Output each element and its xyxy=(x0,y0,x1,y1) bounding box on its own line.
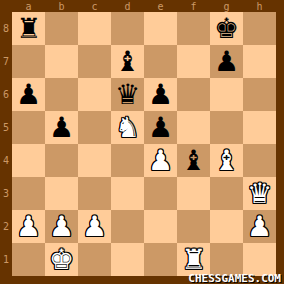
square-e5[interactable]: ♟ xyxy=(144,111,177,144)
square-e4[interactable]: ♟ xyxy=(144,144,177,177)
black-rook-piece: ♜ xyxy=(16,12,41,45)
site-logo: CHESSGAMES.COM xyxy=(188,273,281,284)
rank-label-4: 4 xyxy=(0,144,12,177)
white-queen-piece: ♛ xyxy=(247,177,272,210)
square-d4[interactable] xyxy=(111,144,144,177)
square-c5[interactable] xyxy=(78,111,111,144)
square-b3[interactable] xyxy=(45,177,78,210)
white-pawn-piece: ♟ xyxy=(82,210,107,243)
square-f7[interactable] xyxy=(177,45,210,78)
square-g8[interactable]: ♚ xyxy=(210,12,243,45)
square-c8[interactable] xyxy=(78,12,111,45)
white-pawn-piece: ♟ xyxy=(148,144,173,177)
black-pawn-piece: ♟ xyxy=(16,78,41,111)
square-f2[interactable] xyxy=(177,210,210,243)
square-h7[interactable] xyxy=(243,45,276,78)
square-d7[interactable]: ♝ xyxy=(111,45,144,78)
black-pawn-piece: ♟ xyxy=(148,78,173,111)
white-knight-piece: ♞ xyxy=(115,111,140,144)
square-h2[interactable]: ♟ xyxy=(243,210,276,243)
square-g5[interactable] xyxy=(210,111,243,144)
square-a2[interactable]: ♟ xyxy=(12,210,45,243)
square-c1[interactable] xyxy=(78,243,111,276)
square-d6[interactable]: ♛ xyxy=(111,78,144,111)
square-f5[interactable] xyxy=(177,111,210,144)
square-f3[interactable] xyxy=(177,177,210,210)
square-b7[interactable] xyxy=(45,45,78,78)
square-g6[interactable] xyxy=(210,78,243,111)
square-a1[interactable] xyxy=(12,243,45,276)
black-bishop-piece: ♝ xyxy=(181,144,206,177)
square-b2[interactable]: ♟ xyxy=(45,210,78,243)
square-g3[interactable] xyxy=(210,177,243,210)
square-a3[interactable] xyxy=(12,177,45,210)
white-bishop-piece: ♝ xyxy=(214,144,239,177)
black-pawn-piece: ♟ xyxy=(49,111,74,144)
rank-labels: 87654321 xyxy=(0,12,12,276)
rank-label-6: 6 xyxy=(0,78,12,111)
black-pawn-piece: ♟ xyxy=(148,111,173,144)
square-e3[interactable] xyxy=(144,177,177,210)
square-b4[interactable] xyxy=(45,144,78,177)
square-h6[interactable] xyxy=(243,78,276,111)
square-g7[interactable]: ♟ xyxy=(210,45,243,78)
rank-label-7: 7 xyxy=(0,45,12,78)
square-a6[interactable]: ♟ xyxy=(12,78,45,111)
square-e7[interactable] xyxy=(144,45,177,78)
file-labels: abcdefgh xyxy=(12,0,276,12)
rank-label-5: 5 xyxy=(0,111,12,144)
square-g2[interactable] xyxy=(210,210,243,243)
square-a7[interactable] xyxy=(12,45,45,78)
white-pawn-piece: ♟ xyxy=(16,210,41,243)
square-g4[interactable]: ♝ xyxy=(210,144,243,177)
rank-label-1: 1 xyxy=(0,243,12,276)
square-d2[interactable] xyxy=(111,210,144,243)
square-h8[interactable] xyxy=(243,12,276,45)
square-h5[interactable] xyxy=(243,111,276,144)
square-b5[interactable]: ♟ xyxy=(45,111,78,144)
square-a5[interactable] xyxy=(12,111,45,144)
white-pawn-piece: ♟ xyxy=(247,210,272,243)
square-c6[interactable] xyxy=(78,78,111,111)
square-d1[interactable] xyxy=(111,243,144,276)
square-c3[interactable] xyxy=(78,177,111,210)
black-bishop-piece: ♝ xyxy=(115,45,140,78)
square-f8[interactable] xyxy=(177,12,210,45)
chess-board: ♜♚♝♟♟♛♟♟♞♟♟♝♝♛♟♟♟♟♚♜ xyxy=(12,12,276,276)
square-e2[interactable] xyxy=(144,210,177,243)
square-a4[interactable] xyxy=(12,144,45,177)
square-h4[interactable] xyxy=(243,144,276,177)
square-f4[interactable]: ♝ xyxy=(177,144,210,177)
black-pawn-piece: ♟ xyxy=(214,45,239,78)
square-b1[interactable]: ♚ xyxy=(45,243,78,276)
white-pawn-piece: ♟ xyxy=(49,210,74,243)
square-c7[interactable] xyxy=(78,45,111,78)
white-king-piece: ♚ xyxy=(49,243,74,276)
square-f6[interactable] xyxy=(177,78,210,111)
square-b6[interactable] xyxy=(45,78,78,111)
square-a8[interactable]: ♜ xyxy=(12,12,45,45)
square-d8[interactable] xyxy=(111,12,144,45)
rank-label-2: 2 xyxy=(0,210,12,243)
square-d3[interactable] xyxy=(111,177,144,210)
square-d5[interactable]: ♞ xyxy=(111,111,144,144)
black-king-piece: ♚ xyxy=(214,12,239,45)
rank-label-8: 8 xyxy=(0,12,12,45)
rank-label-3: 3 xyxy=(0,177,12,210)
square-c2[interactable]: ♟ xyxy=(78,210,111,243)
square-b8[interactable] xyxy=(45,12,78,45)
square-h3[interactable]: ♛ xyxy=(243,177,276,210)
square-e6[interactable]: ♟ xyxy=(144,78,177,111)
square-e8[interactable] xyxy=(144,12,177,45)
chess-diagram: abcdefgh 87654321 ♜♚♝♟♟♛♟♟♞♟♟♝♝♛♟♟♟♟♚♜ C… xyxy=(0,0,284,284)
square-e1[interactable] xyxy=(144,243,177,276)
square-c4[interactable] xyxy=(78,144,111,177)
black-queen-piece: ♛ xyxy=(115,78,140,111)
